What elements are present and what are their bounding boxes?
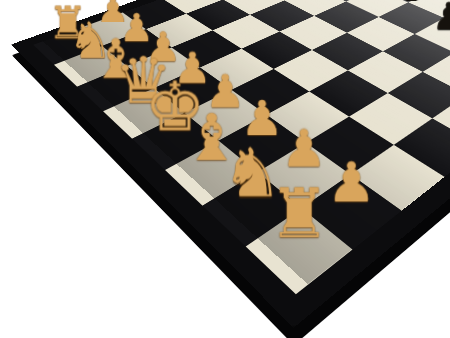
- square-e6[interactable]: [347, 17, 415, 51]
- board-grid: ♜♞♝♛♚♝♞♜♟♟♟♟♟♟♟♟♟♟♟♟♟♟♟♟♜♞♝♛♚♝♞♜: [33, 0, 450, 294]
- rook-glyph: ♜: [268, 182, 329, 247]
- chess-board[interactable]: ♜♞♝♛♚♝♞♜♟♟♟♟♟♟♟♟♟♟♟♟♟♟♟♟♜♞♝♛♚♝♞♜: [11, 0, 450, 328]
- white-pawn-g2[interactable]: ♟: [281, 124, 327, 173]
- white-pawn-h2[interactable]: ♟: [327, 156, 376, 208]
- black-pawn-d7[interactable]: ♟: [362, 0, 393, 1]
- black-pawn-f7[interactable]: ♟: [432, 0, 450, 34]
- white-rook-h1[interactable]: ♜: [268, 182, 329, 247]
- square-f5[interactable]: [348, 51, 423, 93]
- black-pawn-e7[interactable]: ♟: [395, 0, 427, 17]
- pawn-glyph: ♟: [327, 156, 376, 208]
- pawn-glyph: ♟: [362, 0, 393, 1]
- pawn-glyph: ♟: [395, 0, 427, 17]
- pawn-glyph: ♟: [432, 0, 450, 34]
- pawn-glyph: ♟: [281, 124, 327, 173]
- chess-set-photo: ♜♞♝♛♚♝♞♜♟♟♟♟♟♟♟♟♟♟♟♟♟♟♟♟♜♞♝♛♚♝♞♜: [0, 0, 450, 338]
